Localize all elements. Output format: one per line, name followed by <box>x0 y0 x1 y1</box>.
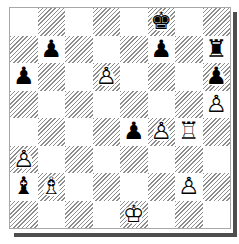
square-c2[interactable] <box>65 173 93 201</box>
square-a4[interactable] <box>10 118 38 146</box>
square-e7[interactable] <box>120 36 148 64</box>
square-e3[interactable] <box>120 146 148 174</box>
square-f2[interactable] <box>148 173 176 201</box>
square-a3[interactable]: ♙ <box>10 146 38 174</box>
square-g8[interactable] <box>175 8 203 36</box>
square-d3[interactable] <box>93 146 121 174</box>
board-drop-shadow-right <box>233 12 237 237</box>
piece-black-pawn-h6[interactable]: ♟ <box>203 63 231 91</box>
square-f3[interactable] <box>148 146 176 174</box>
square-h1[interactable] <box>203 201 231 229</box>
square-c7[interactable] <box>65 36 93 64</box>
square-a1[interactable] <box>10 201 38 229</box>
piece-black-rook-h7[interactable]: ♜ <box>203 36 231 64</box>
square-a5[interactable] <box>10 91 38 119</box>
square-g6[interactable] <box>175 63 203 91</box>
square-b4[interactable] <box>38 118 66 146</box>
square-b7[interactable]: ♟ <box>38 36 66 64</box>
square-h3[interactable] <box>203 146 231 174</box>
square-b3[interactable] <box>38 146 66 174</box>
square-e5[interactable] <box>120 91 148 119</box>
square-h6[interactable]: ♟ <box>203 63 231 91</box>
piece-white-pawn-f4[interactable]: ♙ <box>148 118 176 146</box>
square-d8[interactable] <box>93 8 121 36</box>
piece-white-king-e1[interactable]: ♔ <box>120 201 148 229</box>
square-h4[interactable] <box>203 118 231 146</box>
square-d6[interactable]: ♙ <box>93 63 121 91</box>
square-d4[interactable] <box>93 118 121 146</box>
square-b8[interactable] <box>38 8 66 36</box>
piece-black-pawn-e4[interactable]: ♟ <box>120 118 148 146</box>
square-f6[interactable] <box>148 63 176 91</box>
piece-white-pawn-h5[interactable]: ♙ <box>203 91 231 119</box>
piece-black-pawn-f7[interactable]: ♟ <box>148 36 176 64</box>
piece-white-pawn-g2[interactable]: ♙ <box>175 173 203 201</box>
piece-white-bishop-b2[interactable]: ♗ <box>38 173 66 201</box>
square-h8[interactable] <box>203 8 231 36</box>
square-d1[interactable] <box>93 201 121 229</box>
square-c5[interactable] <box>65 91 93 119</box>
square-g7[interactable] <box>175 36 203 64</box>
square-d2[interactable] <box>93 173 121 201</box>
square-c6[interactable] <box>65 63 93 91</box>
piece-white-rook-g4[interactable]: ♖ <box>175 118 203 146</box>
square-c1[interactable] <box>65 201 93 229</box>
piece-black-pawn-a6[interactable]: ♟ <box>10 63 38 91</box>
square-e8[interactable] <box>120 8 148 36</box>
square-f5[interactable] <box>148 91 176 119</box>
square-a8[interactable] <box>10 8 38 36</box>
board-drop-shadow-bottom <box>14 233 237 237</box>
square-h2[interactable] <box>203 173 231 201</box>
square-b1[interactable] <box>38 201 66 229</box>
square-e1[interactable]: ♔ <box>120 201 148 229</box>
square-d7[interactable] <box>93 36 121 64</box>
square-e4[interactable]: ♟ <box>120 118 148 146</box>
square-h7[interactable]: ♜ <box>203 36 231 64</box>
page: ♚♟♟♜♟♙♟♙♟♙♖♙♝♗♙♔ <box>0 0 239 244</box>
piece-black-bishop-a2[interactable]: ♝ <box>10 173 38 201</box>
piece-black-king-f8[interactable]: ♚ <box>148 8 176 36</box>
square-a2[interactable]: ♝ <box>10 173 38 201</box>
square-g4[interactable]: ♖ <box>175 118 203 146</box>
square-b5[interactable] <box>38 91 66 119</box>
chess-board: ♚♟♟♜♟♙♟♙♟♙♖♙♝♗♙♔ <box>10 8 230 228</box>
chess-board-frame: ♚♟♟♜♟♙♟♙♟♙♖♙♝♗♙♔ <box>9 7 231 229</box>
piece-white-pawn-d6[interactable]: ♙ <box>93 63 121 91</box>
square-f7[interactable]: ♟ <box>148 36 176 64</box>
piece-white-pawn-a3[interactable]: ♙ <box>10 146 38 174</box>
square-g1[interactable] <box>175 201 203 229</box>
square-g3[interactable] <box>175 146 203 174</box>
square-d5[interactable] <box>93 91 121 119</box>
piece-black-pawn-b7[interactable]: ♟ <box>38 36 66 64</box>
square-f4[interactable]: ♙ <box>148 118 176 146</box>
square-a6[interactable]: ♟ <box>10 63 38 91</box>
square-c4[interactable] <box>65 118 93 146</box>
square-c8[interactable] <box>65 8 93 36</box>
square-f1[interactable] <box>148 201 176 229</box>
square-g5[interactable] <box>175 91 203 119</box>
square-e6[interactable] <box>120 63 148 91</box>
square-g2[interactable]: ♙ <box>175 173 203 201</box>
square-c3[interactable] <box>65 146 93 174</box>
square-e2[interactable] <box>120 173 148 201</box>
square-b6[interactable] <box>38 63 66 91</box>
square-b2[interactable]: ♗ <box>38 173 66 201</box>
square-f8[interactable]: ♚ <box>148 8 176 36</box>
square-a7[interactable] <box>10 36 38 64</box>
square-h5[interactable]: ♙ <box>203 91 231 119</box>
